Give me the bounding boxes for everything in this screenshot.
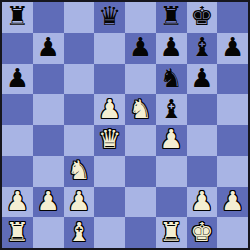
square-a8[interactable]: ♜ [2,2,33,33]
square-f7[interactable]: ♟ [156,33,187,64]
square-d4[interactable]: ♛ [94,125,125,156]
square-h2[interactable]: ♟ [217,187,248,218]
square-f2[interactable] [156,187,187,218]
square-a6[interactable]: ♟ [2,64,33,95]
white-rook: ♜ [6,219,29,245]
chess-board-frame: ♜♛♜♚♟♟♟♝♟♟♞♟♟♞♝♛♟♞♟♟♟♟♟♜♝♜♚ [0,0,250,250]
square-c5[interactable] [64,94,95,125]
square-c3[interactable]: ♞ [64,156,95,187]
square-a4[interactable] [2,125,33,156]
square-c8[interactable] [64,2,95,33]
square-c7[interactable] [64,33,95,64]
white-king: ♚ [190,219,213,245]
white-pawn: ♟ [221,188,244,214]
square-e6[interactable] [125,64,156,95]
square-a2[interactable]: ♟ [2,187,33,218]
square-d3[interactable] [94,156,125,187]
square-c4[interactable] [64,125,95,156]
square-d7[interactable] [94,33,125,64]
square-e8[interactable] [125,2,156,33]
black-knight: ♞ [159,65,182,91]
black-king: ♚ [190,3,213,29]
square-g3[interactable] [187,156,218,187]
square-b8[interactable] [33,2,64,33]
square-e4[interactable] [125,125,156,156]
white-queen: ♛ [98,126,121,152]
white-pawn: ♟ [36,188,59,214]
black-pawn: ♟ [190,65,213,91]
square-c2[interactable]: ♟ [64,187,95,218]
white-pawn: ♟ [190,188,213,214]
black-pawn: ♟ [129,34,152,60]
square-f8[interactable]: ♜ [156,2,187,33]
square-h8[interactable] [217,2,248,33]
square-d8[interactable]: ♛ [94,2,125,33]
square-g5[interactable] [187,94,218,125]
white-pawn: ♟ [159,126,182,152]
black-pawn: ♟ [36,34,59,60]
square-a7[interactable] [2,33,33,64]
square-f4[interactable]: ♟ [156,125,187,156]
square-b1[interactable] [33,217,64,248]
square-d5[interactable]: ♟ [94,94,125,125]
chess-board: ♜♛♜♚♟♟♟♝♟♟♞♟♟♞♝♛♟♞♟♟♟♟♟♜♝♜♚ [2,2,248,248]
square-h1[interactable] [217,217,248,248]
square-f6[interactable]: ♞ [156,64,187,95]
square-h7[interactable]: ♟ [217,33,248,64]
black-bishop: ♝ [190,34,213,60]
square-g1[interactable]: ♚ [187,217,218,248]
white-pawn: ♟ [98,96,121,122]
square-g7[interactable]: ♝ [187,33,218,64]
square-e2[interactable] [125,187,156,218]
square-b5[interactable] [33,94,64,125]
black-pawn: ♟ [221,34,244,60]
square-h6[interactable] [217,64,248,95]
white-pawn: ♟ [67,188,90,214]
square-b6[interactable] [33,64,64,95]
square-a5[interactable] [2,94,33,125]
white-pawn: ♟ [6,188,29,214]
black-bishop: ♝ [159,96,182,122]
square-e1[interactable] [125,217,156,248]
square-f3[interactable] [156,156,187,187]
square-e3[interactable] [125,156,156,187]
black-queen: ♛ [98,3,121,29]
square-g6[interactable]: ♟ [187,64,218,95]
white-rook: ♜ [159,219,182,245]
square-h3[interactable] [217,156,248,187]
square-b7[interactable]: ♟ [33,33,64,64]
square-g2[interactable]: ♟ [187,187,218,218]
square-h4[interactable] [217,125,248,156]
square-c6[interactable] [64,64,95,95]
square-d1[interactable] [94,217,125,248]
white-knight: ♞ [129,96,152,122]
square-g4[interactable] [187,125,218,156]
white-bishop: ♝ [67,219,90,245]
white-knight: ♞ [67,157,90,183]
square-g8[interactable]: ♚ [187,2,218,33]
square-b2[interactable]: ♟ [33,187,64,218]
black-rook: ♜ [159,3,182,29]
black-pawn: ♟ [6,65,29,91]
square-e5[interactable]: ♞ [125,94,156,125]
square-e7[interactable]: ♟ [125,33,156,64]
square-b4[interactable] [33,125,64,156]
square-a1[interactable]: ♜ [2,217,33,248]
black-rook: ♜ [6,3,29,29]
square-a3[interactable] [2,156,33,187]
square-d2[interactable] [94,187,125,218]
square-c1[interactable]: ♝ [64,217,95,248]
black-pawn: ♟ [159,34,182,60]
square-d6[interactable] [94,64,125,95]
square-b3[interactable] [33,156,64,187]
square-f5[interactable]: ♝ [156,94,187,125]
square-f1[interactable]: ♜ [156,217,187,248]
square-h5[interactable] [217,94,248,125]
